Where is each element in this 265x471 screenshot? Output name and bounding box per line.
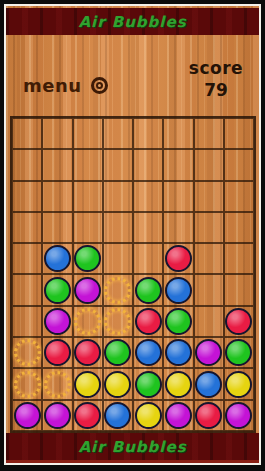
board-cell[interactable] (163, 368, 193, 399)
bubble-red[interactable] (74, 339, 101, 366)
bubble-red[interactable] (44, 339, 71, 366)
bubble-purple[interactable] (225, 402, 252, 429)
bubble-purple[interactable] (195, 339, 222, 366)
board-cell[interactable] (42, 306, 72, 337)
app-title-bottom: Air Bubbles (78, 438, 186, 456)
board-cell[interactable] (73, 306, 103, 337)
popped-sparkle-ring (104, 277, 131, 304)
board-cell[interactable] (194, 274, 224, 305)
board-cell[interactable] (163, 243, 193, 274)
board-cell[interactable] (12, 212, 42, 243)
board-cell[interactable] (194, 243, 224, 274)
board-cell[interactable] (12, 274, 42, 305)
bubble-red[interactable] (165, 245, 192, 272)
board-cell[interactable] (133, 368, 163, 399)
board-cell[interactable] (163, 118, 193, 149)
popped-sparkle-ring (104, 308, 131, 335)
score-value: 79 (183, 80, 249, 100)
board-cell[interactable] (73, 181, 103, 212)
menu-button[interactable]: menu (23, 75, 108, 96)
bubble-blue[interactable] (135, 339, 162, 366)
board-cell[interactable] (133, 400, 163, 431)
bubble-yellow[interactable] (165, 371, 192, 398)
app-background: Air Bubbles menu score 79 Air Bubbles (4, 4, 261, 465)
bullseye-icon[interactable] (91, 77, 108, 94)
bubble-blue[interactable] (104, 402, 131, 429)
hud-area: menu score 79 (6, 35, 259, 116)
board-cell[interactable] (73, 400, 103, 431)
board-cell[interactable] (133, 306, 163, 337)
bubble-green[interactable] (44, 277, 71, 304)
board-cell[interactable] (133, 118, 163, 149)
bubble-purple[interactable] (165, 402, 192, 429)
board-cell[interactable] (73, 212, 103, 243)
board-cell[interactable] (194, 400, 224, 431)
bubble-green[interactable] (225, 339, 252, 366)
board-cell[interactable] (224, 306, 254, 337)
board-cell[interactable] (194, 306, 224, 337)
board-cell[interactable] (12, 243, 42, 274)
bubble-purple[interactable] (44, 402, 71, 429)
board-cell[interactable] (103, 243, 133, 274)
board-cell[interactable] (163, 306, 193, 337)
board-cell[interactable] (163, 337, 193, 368)
board-cell[interactable] (73, 118, 103, 149)
bubble-red[interactable] (74, 402, 101, 429)
board-cell[interactable] (42, 368, 72, 399)
board-cell[interactable] (133, 337, 163, 368)
score-box: score 79 (183, 58, 249, 100)
bubble-yellow[interactable] (74, 371, 101, 398)
board-cell[interactable] (224, 181, 254, 212)
board-cell[interactable] (12, 118, 42, 149)
bubble-green[interactable] (135, 371, 162, 398)
bubble-green[interactable] (104, 339, 131, 366)
bubble-yellow[interactable] (104, 371, 131, 398)
bottom-title-bar: Air Bubbles (6, 433, 259, 460)
board-cell[interactable] (103, 212, 133, 243)
menu-button-label: menu (23, 75, 82, 96)
footer-accent-strip (6, 460, 259, 463)
board-cell[interactable] (12, 400, 42, 431)
board (10, 116, 256, 433)
bubble-red[interactable] (225, 308, 252, 335)
board-cell[interactable] (224, 149, 254, 180)
popped-sparkle-ring (74, 308, 101, 335)
board-cell[interactable] (103, 306, 133, 337)
board-cell[interactable] (194, 149, 224, 180)
board-cell[interactable] (103, 118, 133, 149)
board-cell[interactable] (103, 274, 133, 305)
board-cell[interactable] (12, 337, 42, 368)
bubble-yellow[interactable] (225, 371, 252, 398)
board-cell[interactable] (42, 274, 72, 305)
bubble-red[interactable] (135, 308, 162, 335)
board-cell[interactable] (194, 181, 224, 212)
board-cell[interactable] (163, 400, 193, 431)
bubble-blue[interactable] (165, 339, 192, 366)
footer: Air Bubbles (6, 433, 259, 463)
bubble-purple[interactable] (44, 308, 71, 335)
board-cell[interactable] (42, 337, 72, 368)
popped-sparkle-ring (14, 371, 41, 398)
board-cell[interactable] (42, 149, 72, 180)
board-cell[interactable] (194, 337, 224, 368)
board-cell[interactable] (194, 212, 224, 243)
board-cell[interactable] (103, 400, 133, 431)
top-title-bar: Air Bubbles (6, 8, 259, 35)
board-cell[interactable] (103, 368, 133, 399)
board-cell[interactable] (133, 181, 163, 212)
bubble-yellow[interactable] (135, 402, 162, 429)
board-cell[interactable] (224, 368, 254, 399)
board-cell[interactable] (103, 181, 133, 212)
board-cell[interactable] (163, 274, 193, 305)
board-cell[interactable] (224, 400, 254, 431)
board-cell[interactable] (224, 274, 254, 305)
board-cell[interactable] (224, 212, 254, 243)
board-cell[interactable] (12, 368, 42, 399)
board-cell[interactable] (73, 149, 103, 180)
bubble-green[interactable] (74, 245, 101, 272)
bubble-purple[interactable] (74, 277, 101, 304)
board-cell[interactable] (12, 149, 42, 180)
bubble-blue[interactable] (165, 277, 192, 304)
board-cell[interactable] (42, 212, 72, 243)
board-cell[interactable] (73, 368, 103, 399)
board-cell[interactable] (133, 149, 163, 180)
board-cell[interactable] (42, 243, 72, 274)
board-cell[interactable] (224, 337, 254, 368)
board-cell[interactable] (133, 243, 163, 274)
board-cell[interactable] (224, 243, 254, 274)
board-cell[interactable] (163, 149, 193, 180)
board-cell[interactable] (103, 149, 133, 180)
board-cell[interactable] (133, 274, 163, 305)
board-cell[interactable] (42, 181, 72, 212)
board-cell[interactable] (163, 212, 193, 243)
board-cell[interactable] (194, 368, 224, 399)
popped-sparkle-ring (44, 371, 71, 398)
board-cell[interactable] (224, 118, 254, 149)
bubble-red[interactable] (195, 402, 222, 429)
board-cell[interactable] (42, 400, 72, 431)
board-cell[interactable] (194, 118, 224, 149)
board-cell[interactable] (163, 181, 193, 212)
app-window: Air Bubbles menu score 79 Air Bubbles (0, 0, 265, 471)
bubble-green[interactable] (135, 277, 162, 304)
app-title-top: Air Bubbles (78, 13, 186, 31)
bubble-blue[interactable] (44, 245, 71, 272)
bubble-blue[interactable] (195, 371, 222, 398)
board-cell[interactable] (42, 118, 72, 149)
bubble-purple[interactable] (14, 402, 41, 429)
board-cell[interactable] (73, 243, 103, 274)
board-cell[interactable] (12, 306, 42, 337)
bubble-green[interactable] (165, 308, 192, 335)
board-cell[interactable] (73, 337, 103, 368)
bullseye-icon-center (96, 82, 103, 89)
score-label: score (183, 58, 249, 78)
popped-sparkle-ring (14, 339, 41, 366)
board-cell[interactable] (133, 212, 163, 243)
board-cell[interactable] (103, 337, 133, 368)
board-cell[interactable] (73, 274, 103, 305)
board-cell[interactable] (12, 181, 42, 212)
